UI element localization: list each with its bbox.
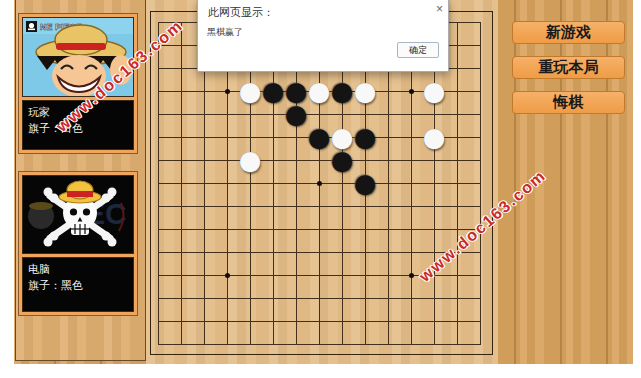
grid-line-horizontal — [158, 229, 481, 230]
straw-hat-jolly-roger-icon: EC — [23, 176, 134, 253]
new-game-button[interactable]: 新游戏 — [512, 21, 625, 44]
grid-line-horizontal — [158, 344, 481, 345]
dialog-ok-button[interactable]: 确定 — [397, 42, 439, 58]
star-point — [317, 181, 322, 186]
white-stone: ● — [423, 126, 445, 148]
dialog-source-label: 此网页显示： — [208, 5, 274, 20]
luffy-avatar-image: NE PIECE — [22, 17, 134, 97]
star-point — [409, 89, 414, 94]
white-stone: ● — [308, 80, 330, 102]
black-stone: ● — [354, 126, 376, 148]
black-stone: ● — [262, 80, 284, 102]
star-point — [225, 89, 230, 94]
black-stone: ● — [331, 149, 353, 171]
star-point — [409, 273, 414, 278]
grid-line-horizontal — [158, 252, 481, 253]
browser-alert-dialog: 此网页显示： 黑棋赢了 确定 × — [197, 0, 449, 72]
game-page: NE PIECE 玩家 旗子：白色 — [0, 0, 641, 378]
undo-move-button[interactable]: 悔棋 — [512, 91, 625, 114]
white-stone: ● — [354, 80, 376, 102]
grid-line-horizontal — [158, 321, 481, 322]
jolly-roger-flag-image: EC — [22, 175, 134, 254]
white-stone: ● — [239, 149, 261, 171]
player-card-computer: EC — [18, 171, 138, 316]
black-stone: ● — [285, 103, 307, 125]
white-stone: ● — [239, 80, 261, 102]
grid-line-horizontal — [158, 206, 481, 207]
grid-line-vertical — [457, 22, 458, 345]
player-role-label: 玩家 — [28, 105, 128, 121]
computer-role-label: 电脑 — [28, 262, 128, 278]
white-stone: ● — [423, 80, 445, 102]
black-stone: ● — [354, 172, 376, 194]
dialog-message: 黑棋赢了 — [207, 26, 243, 39]
player-piece-label: 旗子：白色 — [28, 121, 128, 137]
luffy-one-piece-icon: NE PIECE — [23, 18, 134, 96]
computer-piece-label: 旗子：黑色 — [28, 278, 128, 294]
computer-card-text: 电脑 旗子：黑色 — [22, 257, 134, 312]
grid-line-horizontal — [158, 275, 481, 276]
grid-line-vertical — [480, 22, 481, 345]
black-stone: ● — [308, 126, 330, 148]
player-sidebar: NE PIECE 玩家 旗子：白色 — [15, 0, 146, 361]
dialog-close-icon[interactable]: × — [436, 3, 443, 15]
grid-line-horizontal — [158, 298, 481, 299]
player-card-text: 玩家 旗子：白色 — [22, 100, 134, 150]
star-point — [225, 273, 230, 278]
player-card-human: NE PIECE 玩家 旗子：白色 — [18, 13, 138, 154]
black-stone: ● — [331, 80, 353, 102]
replay-game-button[interactable]: 重玩本局 — [512, 56, 625, 79]
